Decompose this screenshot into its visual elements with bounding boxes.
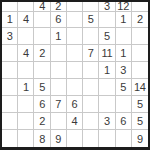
cell-r8c9[interactable]: 5 xyxy=(132,113,148,130)
cell-r5c6[interactable] xyxy=(83,62,99,79)
cell-r2c1[interactable]: 1 xyxy=(2,12,18,29)
cell-r7c2[interactable] xyxy=(18,96,34,113)
cell-r9c4[interactable]: 9 xyxy=(51,130,67,147)
cell-r5c4[interactable] xyxy=(51,62,67,79)
cell-r7c7[interactable] xyxy=(99,96,115,113)
cell-r2c3[interactable] xyxy=(34,12,50,29)
cell-r6c7[interactable] xyxy=(99,79,115,96)
cell-r6c1[interactable] xyxy=(2,79,18,96)
cell-r9c2[interactable] xyxy=(18,130,34,147)
cell-r9c8[interactable] xyxy=(116,130,132,147)
cell-r2c8[interactable]: 1 xyxy=(116,12,132,29)
cell-r4c3[interactable]: 2 xyxy=(34,45,50,62)
cell-r3c2[interactable] xyxy=(18,28,34,45)
cell-r8c6[interactable] xyxy=(83,113,99,130)
cell-r4c6[interactable]: 7 xyxy=(83,45,99,62)
cell-r9c6[interactable] xyxy=(83,130,99,147)
cell-r7c9[interactable]: 5 xyxy=(132,96,148,113)
cell-r5c5[interactable] xyxy=(67,62,83,79)
cell-r2c7[interactable] xyxy=(99,12,115,29)
cell-r4c8[interactable]: 1 xyxy=(116,45,132,62)
cell-r1c8[interactable]: 12 xyxy=(116,2,132,12)
cell-r7c8[interactable] xyxy=(116,96,132,113)
cell-r9c7[interactable] xyxy=(99,130,115,147)
cell-r5c2[interactable] xyxy=(18,62,34,79)
cell-r4c4[interactable] xyxy=(51,45,67,62)
cell-r6c4[interactable] xyxy=(51,79,67,96)
cell-r5c9[interactable] xyxy=(132,62,148,79)
cell-r2c9[interactable]: 2 xyxy=(132,12,148,29)
cell-r9c1[interactable] xyxy=(2,130,18,147)
cell-r1c3[interactable]: 4 xyxy=(34,2,50,12)
cell-r3c5[interactable] xyxy=(67,28,83,45)
cell-r5c7[interactable]: 1 xyxy=(99,62,115,79)
cell-r6c2[interactable]: 1 xyxy=(18,79,34,96)
cell-r1c2[interactable] xyxy=(18,2,34,12)
cell-r9c9[interactable]: 9 xyxy=(132,130,148,147)
cell-r3c6[interactable] xyxy=(83,28,99,45)
puzzle-board: 423121465123154271111315514676524365899 xyxy=(0,0,150,150)
cell-r8c5[interactable]: 4 xyxy=(67,113,83,130)
cell-r1c6[interactable] xyxy=(83,2,99,12)
cell-r8c1[interactable] xyxy=(2,113,18,130)
cell-r4c1[interactable] xyxy=(2,45,18,62)
cell-r1c9[interactable] xyxy=(132,2,148,12)
cell-r8c4[interactable] xyxy=(51,113,67,130)
cell-r1c4[interactable]: 2 xyxy=(51,2,67,12)
cell-r7c6[interactable] xyxy=(83,96,99,113)
cell-r1c5[interactable] xyxy=(67,2,83,12)
cell-r3c7[interactable]: 5 xyxy=(99,28,115,45)
cell-r8c8[interactable]: 6 xyxy=(116,113,132,130)
cell-r4c2[interactable]: 4 xyxy=(18,45,34,62)
cell-r5c8[interactable]: 3 xyxy=(116,62,132,79)
cell-r2c6[interactable]: 5 xyxy=(83,12,99,29)
cell-r9c5[interactable] xyxy=(67,130,83,147)
cell-r3c8[interactable] xyxy=(116,28,132,45)
cell-r7c3[interactable]: 6 xyxy=(34,96,50,113)
cell-r7c4[interactable]: 7 xyxy=(51,96,67,113)
cell-r3c1[interactable]: 3 xyxy=(2,28,18,45)
cell-r8c7[interactable]: 3 xyxy=(99,113,115,130)
cell-r4c7[interactable]: 11 xyxy=(99,45,115,62)
cell-r1c7[interactable]: 3 xyxy=(99,2,115,12)
cell-r2c5[interactable] xyxy=(67,12,83,29)
cell-r7c5[interactable]: 6 xyxy=(67,96,83,113)
cell-r3c3[interactable] xyxy=(34,28,50,45)
cell-r3c9[interactable] xyxy=(132,28,148,45)
cell-r6c3[interactable]: 5 xyxy=(34,79,50,96)
cell-r6c8[interactable]: 5 xyxy=(116,79,132,96)
cell-r6c5[interactable] xyxy=(67,79,83,96)
cell-r3c4[interactable]: 1 xyxy=(51,28,67,45)
cell-r7c1[interactable] xyxy=(2,96,18,113)
cell-r1c1[interactable] xyxy=(2,2,18,12)
cell-r2c2[interactable]: 4 xyxy=(18,12,34,29)
cell-r6c6[interactable] xyxy=(83,79,99,96)
cell-r5c1[interactable] xyxy=(2,62,18,79)
cell-r8c2[interactable] xyxy=(18,113,34,130)
cell-r5c3[interactable] xyxy=(34,62,50,79)
cell-r6c9[interactable]: 14 xyxy=(132,79,148,96)
cell-r9c3[interactable]: 8 xyxy=(34,130,50,147)
cell-r4c5[interactable] xyxy=(67,45,83,62)
cell-r2c4[interactable]: 6 xyxy=(51,12,67,29)
cell-r8c3[interactable]: 2 xyxy=(34,113,50,130)
cell-r4c9[interactable] xyxy=(132,45,148,62)
